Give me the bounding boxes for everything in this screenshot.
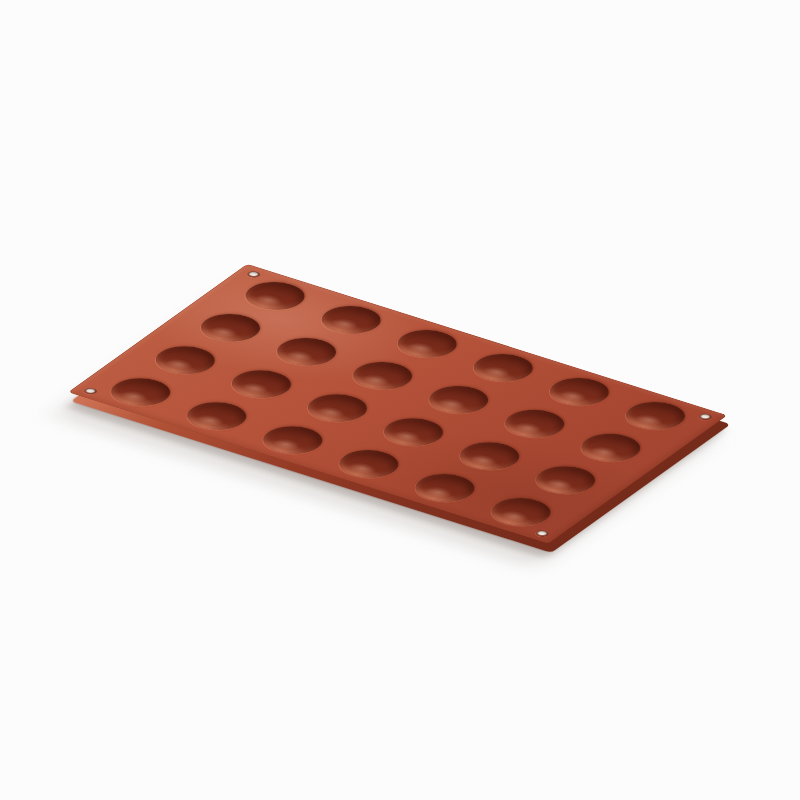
mould-cavity — [176, 397, 257, 435]
mould-cavity — [417, 380, 498, 418]
mould-cavity — [462, 348, 543, 386]
mould-cavity — [386, 324, 467, 362]
mould-cavity — [404, 469, 485, 507]
mould-cavity — [615, 396, 696, 434]
mould-cavity — [328, 445, 409, 483]
mould-cavity — [189, 309, 270, 347]
mould-cavity — [265, 332, 346, 370]
mould-cavity — [252, 421, 333, 459]
corner-hole — [697, 413, 714, 421]
mould-cavity — [538, 372, 619, 410]
mould-cavity — [373, 413, 454, 451]
mould-cavity — [297, 389, 378, 427]
mould-cavity — [310, 300, 391, 338]
mould-cavity — [341, 356, 422, 394]
product-photo-stage — [0, 0, 800, 800]
mould-cavity — [449, 437, 530, 475]
mould-cavity — [494, 404, 575, 442]
mould-cavity — [525, 461, 606, 499]
corner-hole — [533, 529, 550, 537]
mould-cavity — [144, 341, 225, 379]
corner-hole — [82, 387, 99, 395]
mould-cavity — [234, 276, 315, 314]
corner-hole — [245, 270, 262, 278]
mould-cavity — [99, 373, 180, 411]
mould-cavity — [220, 365, 301, 403]
mould-cavity — [480, 493, 561, 531]
mould-cavity — [570, 428, 651, 466]
